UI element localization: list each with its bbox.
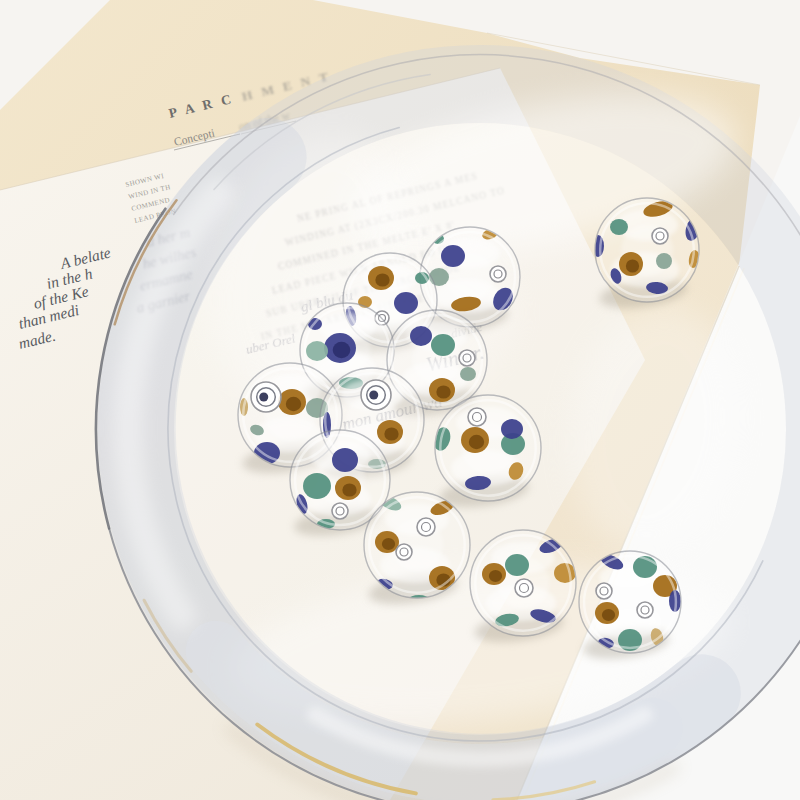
- bead-hole: [396, 544, 412, 560]
- bead-dot-navy: [332, 448, 358, 472]
- bead-dot-tealL: [306, 341, 328, 361]
- bead-dot-core: [469, 435, 484, 449]
- bead-dot-core: [602, 609, 615, 621]
- bead-hole: [332, 503, 348, 519]
- bead-dot-navy: [410, 326, 432, 346]
- bead-hole: [490, 266, 506, 282]
- bead-dot-core: [626, 259, 639, 272]
- bead-hole: [596, 583, 612, 599]
- bead-dot-core: [436, 385, 450, 398]
- photo-canvas: P A R CH M E N TConception of the wSHOWN…: [0, 0, 800, 800]
- bead-dot-teal: [303, 473, 331, 499]
- bead-dot-core: [489, 570, 502, 582]
- bead-hole-center: [259, 393, 268, 402]
- bead-dot-core: [382, 538, 395, 550]
- bead-dot-core: [384, 427, 398, 440]
- bead-dot-tealGray: [656, 253, 672, 269]
- bead-hole-center: [369, 391, 378, 400]
- bead-dot-core: [342, 483, 356, 496]
- bead-dot-core: [375, 273, 389, 286]
- bead-dot-navy: [501, 419, 523, 439]
- bead-dot-navy: [394, 292, 418, 314]
- bead-dot-teal: [505, 554, 529, 576]
- bead-dot-teal: [431, 334, 455, 356]
- bead-dot-tealGray: [460, 367, 476, 381]
- bead-hole: [468, 408, 486, 426]
- scene-svg: P A R CH M E N TConception of the wSHOWN…: [0, 0, 800, 800]
- bead-dot-navy: [441, 245, 465, 267]
- bead-hole: [652, 228, 668, 244]
- bead-dot-core: [286, 397, 301, 411]
- bead-hole: [459, 350, 475, 366]
- bead-dot-core: [333, 342, 351, 359]
- bead-hole: [637, 602, 653, 618]
- bead-hole: [417, 518, 435, 536]
- bead-dot-teal: [610, 219, 628, 235]
- bead-hole: [515, 579, 533, 597]
